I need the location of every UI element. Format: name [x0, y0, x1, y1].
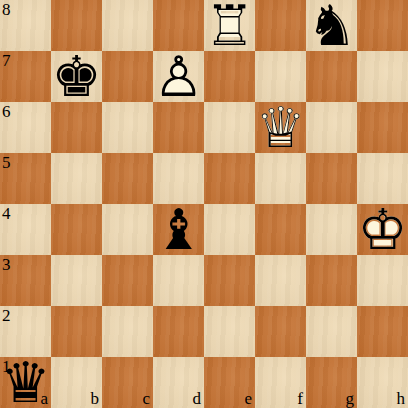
square-h2[interactable]	[357, 306, 408, 357]
square-c2[interactable]	[102, 306, 153, 357]
file-label-e: e	[244, 390, 252, 407]
piece-white-pawn[interactable]: ♟♙	[153, 51, 204, 102]
square-g1[interactable]: g	[306, 357, 357, 408]
square-b1[interactable]: b	[51, 357, 102, 408]
square-g2[interactable]	[306, 306, 357, 357]
square-f4[interactable]	[255, 204, 306, 255]
square-b5[interactable]	[51, 153, 102, 204]
rank-label-2: 2	[2, 307, 11, 324]
black-bishop-glyph: ♝	[153, 204, 204, 255]
square-a6[interactable]: 6	[0, 102, 51, 153]
rank-label-6: 6	[2, 103, 11, 120]
square-h8[interactable]	[357, 0, 408, 51]
square-a7[interactable]: 7	[0, 51, 51, 102]
square-g7[interactable]	[306, 51, 357, 102]
square-b2[interactable]	[51, 306, 102, 357]
square-f1[interactable]: f	[255, 357, 306, 408]
rank-label-3: 3	[2, 256, 11, 273]
square-b3[interactable]	[51, 255, 102, 306]
square-g6[interactable]	[306, 102, 357, 153]
square-d6[interactable]	[153, 102, 204, 153]
square-h1[interactable]: h	[357, 357, 408, 408]
file-label-g: g	[346, 390, 355, 407]
rank-label-4: 4	[2, 205, 11, 222]
square-e5[interactable]	[204, 153, 255, 204]
square-a3[interactable]: 3	[0, 255, 51, 306]
white-queen-outline-glyph: ♕	[255, 102, 306, 153]
square-d1[interactable]: d	[153, 357, 204, 408]
black-king-glyph: ♚	[51, 51, 102, 102]
square-e8[interactable]: ♜♖	[204, 0, 255, 51]
rank-label-5: 5	[2, 154, 11, 171]
square-d7[interactable]: ♟♙	[153, 51, 204, 102]
square-c1[interactable]: c	[102, 357, 153, 408]
square-c3[interactable]	[102, 255, 153, 306]
square-h3[interactable]	[357, 255, 408, 306]
black-knight-glyph: ♞	[306, 0, 357, 51]
square-b7[interactable]: ♚	[51, 51, 102, 102]
square-h4[interactable]: ♚♔	[357, 204, 408, 255]
square-d3[interactable]	[153, 255, 204, 306]
square-f6[interactable]: ♛♕	[255, 102, 306, 153]
square-f3[interactable]	[255, 255, 306, 306]
square-d4[interactable]: ♝	[153, 204, 204, 255]
square-c4[interactable]	[102, 204, 153, 255]
rank-label-7: 7	[2, 52, 11, 69]
rank-label-8: 8	[2, 1, 11, 18]
square-e4[interactable]	[204, 204, 255, 255]
square-c6[interactable]	[102, 102, 153, 153]
square-h6[interactable]	[357, 102, 408, 153]
square-e6[interactable]	[204, 102, 255, 153]
file-label-f: f	[297, 390, 303, 407]
square-h7[interactable]	[357, 51, 408, 102]
square-a5[interactable]: 5	[0, 153, 51, 204]
square-g8[interactable]: ♞	[306, 0, 357, 51]
piece-black-king[interactable]: ♚	[51, 51, 102, 102]
square-c5[interactable]	[102, 153, 153, 204]
file-label-c: c	[142, 390, 150, 407]
file-label-b: b	[91, 390, 100, 407]
black-queen-glyph: ♛	[0, 357, 51, 408]
square-e3[interactable]	[204, 255, 255, 306]
white-rook-outline-glyph: ♖	[204, 0, 255, 51]
square-c7[interactable]	[102, 51, 153, 102]
piece-black-knight[interactable]: ♞	[306, 0, 357, 51]
square-e7[interactable]	[204, 51, 255, 102]
square-f2[interactable]	[255, 306, 306, 357]
square-f8[interactable]	[255, 0, 306, 51]
chess-board: 8♜♖♞7♚♟♙6♛♕54♝♚♔321a♛bcdefgh	[0, 0, 408, 408]
piece-white-rook[interactable]: ♜♖	[204, 0, 255, 51]
square-b4[interactable]	[51, 204, 102, 255]
white-king-outline-glyph: ♔	[357, 204, 408, 255]
file-label-d: d	[193, 390, 202, 407]
square-a4[interactable]: 4	[0, 204, 51, 255]
piece-white-king[interactable]: ♚♔	[357, 204, 408, 255]
square-g3[interactable]	[306, 255, 357, 306]
square-a1[interactable]: 1a♛	[0, 357, 51, 408]
piece-black-bishop[interactable]: ♝	[153, 204, 204, 255]
white-pawn-outline-glyph: ♙	[153, 51, 204, 102]
piece-black-queen[interactable]: ♛	[0, 357, 51, 408]
square-g4[interactable]	[306, 204, 357, 255]
square-c8[interactable]	[102, 0, 153, 51]
square-b6[interactable]	[51, 102, 102, 153]
square-e2[interactable]	[204, 306, 255, 357]
file-label-h: h	[397, 390, 406, 407]
square-f5[interactable]	[255, 153, 306, 204]
piece-white-queen[interactable]: ♛♕	[255, 102, 306, 153]
square-d2[interactable]	[153, 306, 204, 357]
square-a8[interactable]: 8	[0, 0, 51, 51]
square-g5[interactable]	[306, 153, 357, 204]
square-e1[interactable]: e	[204, 357, 255, 408]
